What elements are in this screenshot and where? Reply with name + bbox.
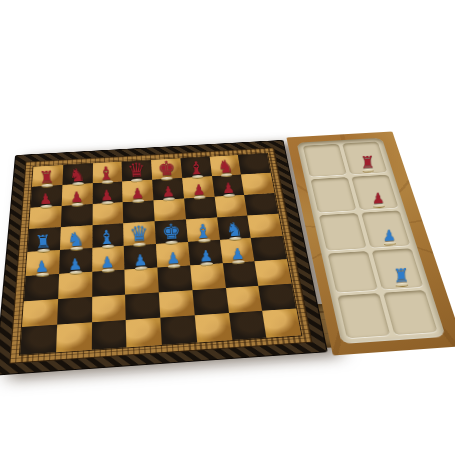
square-d8[interactable]: ♛	[122, 160, 152, 181]
square-d3[interactable]	[125, 267, 159, 294]
square-f6[interactable]	[184, 196, 217, 219]
piece-blue-knight-g5[interactable]: ♞	[226, 219, 244, 239]
square-h5[interactable]	[248, 214, 283, 238]
square-d7[interactable]: ♟	[122, 180, 153, 202]
square-f5[interactable]: ♝	[186, 218, 220, 242]
square-g6[interactable]	[214, 195, 247, 218]
piece-red-pawn-e7[interactable]: ♟	[161, 184, 175, 199]
square-h4[interactable]	[251, 236, 287, 261]
tray-slot-7[interactable]	[328, 251, 378, 292]
tray-slot-6[interactable]: ♟	[361, 210, 410, 248]
piece-red-bishop-c8[interactable]: ♝	[98, 164, 115, 183]
piece-red-queen-d8[interactable]: ♛	[127, 160, 146, 181]
square-h8[interactable]	[238, 153, 270, 174]
tray-piece-blue-pawn[interactable]: ♟	[382, 229, 396, 245]
piece-blue-knight-b5[interactable]: ♞	[66, 229, 85, 249]
board-grid: ♜♞♝♛♚♝♞♟♟♟♟♟♟♟♜♞♝♛♚♝♞♟♟♟♟♟♟♟	[20, 153, 301, 355]
piece-red-pawn-f7[interactable]: ♟	[192, 183, 206, 198]
square-e2[interactable]	[159, 290, 195, 318]
square-b8[interactable]: ♞	[62, 163, 92, 185]
square-g4[interactable]: ♟	[219, 238, 254, 263]
piece-blue-bishop-c5[interactable]: ♝	[98, 227, 116, 247]
case-top-surface: ♜♞♝♛♚♝♞♟♟♟♟♟♟♟♜♞♝♛♚♝♞♟♟♟♟♟♟♟ ♜♟♟♜	[0, 131, 455, 379]
tray-slot-2[interactable]: ♜	[342, 142, 387, 175]
tray-slot-8[interactable]: ♜	[372, 249, 424, 290]
piece-blue-king-e5[interactable]: ♚	[161, 221, 181, 243]
square-c8[interactable]: ♝	[92, 162, 122, 183]
tray-slot-1[interactable]	[303, 144, 347, 177]
square-a8[interactable]: ♜	[32, 165, 63, 187]
square-c5[interactable]: ♝	[92, 223, 124, 248]
piece-red-pawn-b7[interactable]: ♟	[69, 190, 83, 205]
square-f4[interactable]: ♟	[188, 240, 223, 265]
piece-red-pawn-c7[interactable]: ♟	[100, 188, 114, 203]
square-e3[interactable]	[157, 265, 192, 292]
square-a3[interactable]	[24, 274, 59, 301]
square-g2[interactable]	[225, 285, 262, 313]
chess-set-photo: ♜♞♝♛♚♝♞♟♟♟♟♟♟♟♜♞♝♛♚♝♞♟♟♟♟♟♟♟ ♜♟♟♜	[0, 0, 455, 455]
tray-piece-red-pawn[interactable]: ♟	[371, 191, 385, 206]
piece-blue-pawn-a4[interactable]: ♟	[34, 259, 49, 275]
piece-red-king-e8[interactable]: ♚	[157, 159, 176, 180]
piece-red-pawn-d7[interactable]: ♟	[131, 186, 145, 201]
square-h2[interactable]	[258, 283, 296, 311]
tray-slot-9[interactable]	[337, 293, 390, 338]
square-h6[interactable]	[244, 193, 278, 216]
tray-piece-blue-rook[interactable]: ♜	[393, 266, 411, 286]
piece-red-pawn-g7[interactable]: ♟	[222, 181, 236, 196]
square-c1[interactable]	[91, 320, 126, 350]
square-e4[interactable]: ♟	[156, 242, 190, 267]
piece-red-knight-g8[interactable]: ♞	[217, 157, 234, 176]
square-b3[interactable]	[58, 272, 92, 299]
square-c2[interactable]	[91, 294, 125, 322]
piece-red-pawn-a7[interactable]: ♟	[39, 192, 53, 207]
square-b4[interactable]: ♟	[59, 248, 92, 274]
square-c6[interactable]	[92, 202, 123, 225]
square-b5[interactable]: ♞	[60, 225, 92, 250]
piece-blue-pawn-g4[interactable]: ♟	[231, 246, 246, 262]
square-c7[interactable]: ♟	[92, 181, 123, 203]
square-b2[interactable]	[57, 296, 92, 324]
square-f2[interactable]	[192, 288, 228, 316]
piece-red-knight-b8[interactable]: ♞	[68, 166, 85, 185]
square-e7[interactable]: ♟	[152, 178, 184, 200]
square-e5[interactable]: ♚	[155, 220, 188, 244]
tray-slot-5[interactable]	[319, 213, 367, 251]
square-h3[interactable]	[255, 259, 292, 285]
square-a7[interactable]: ♟	[31, 185, 63, 208]
square-a5[interactable]: ♜	[27, 227, 60, 252]
tray-slot-4[interactable]: ♟	[351, 175, 398, 210]
square-d1[interactable]	[126, 318, 162, 348]
square-b1[interactable]	[56, 323, 92, 353]
piece-blue-pawn-c4[interactable]: ♟	[100, 255, 115, 271]
square-f1[interactable]	[194, 313, 231, 342]
piece-blue-pawn-e4[interactable]: ♟	[166, 251, 181, 267]
square-f7[interactable]: ♟	[182, 176, 214, 198]
board-carved-edge: ♜♞♝♛♚♝♞♟♟♟♟♟♟♟♜♞♝♛♚♝♞♟♟♟♟♟♟♟	[0, 140, 328, 376]
piece-blue-pawn-d4[interactable]: ♟	[133, 253, 148, 269]
square-b6[interactable]	[61, 204, 93, 228]
square-a2[interactable]	[22, 299, 58, 328]
tray-piece-red-rook[interactable]: ♜	[360, 154, 376, 172]
square-a4[interactable]: ♟	[26, 250, 60, 276]
square-g5[interactable]: ♞	[217, 216, 251, 240]
square-a1[interactable]	[20, 325, 57, 355]
square-c3[interactable]	[92, 269, 126, 296]
square-g1[interactable]	[229, 311, 267, 340]
square-f8[interactable]: ♝	[180, 157, 211, 178]
piece-blue-bishop-f5[interactable]: ♝	[194, 221, 212, 241]
square-e1[interactable]	[160, 316, 197, 345]
square-g3[interactable]	[222, 261, 258, 287]
tray-slot-10[interactable]	[383, 290, 438, 335]
square-d6[interactable]	[123, 200, 155, 223]
piece-blue-rook-a5[interactable]: ♜	[34, 232, 52, 251]
square-d4[interactable]: ♟	[124, 244, 157, 270]
square-e8[interactable]: ♚	[151, 158, 182, 179]
square-e6[interactable]	[153, 198, 185, 221]
square-f3[interactable]	[190, 263, 225, 290]
square-a6[interactable]	[29, 206, 61, 230]
square-b7[interactable]: ♟	[61, 183, 92, 205]
piece-red-rook-a8[interactable]: ♜	[38, 168, 54, 186]
square-g7[interactable]: ♟	[212, 174, 245, 196]
piece-blue-pawn-f4[interactable]: ♟	[198, 248, 213, 264]
piece-blue-queen-d5[interactable]: ♛	[129, 223, 149, 245]
square-g8[interactable]: ♞	[209, 155, 241, 176]
square-c4[interactable]: ♟	[92, 246, 125, 272]
square-h1[interactable]	[262, 309, 301, 338]
board-ornamental-border: ♜♞♝♛♚♝♞♟♟♟♟♟♟♟♜♞♝♛♚♝♞♟♟♟♟♟♟♟	[9, 148, 312, 364]
square-d5[interactable]: ♛	[123, 221, 156, 245]
square-d2[interactable]	[125, 292, 160, 320]
piece-red-bishop-f8[interactable]: ♝	[188, 159, 205, 178]
square-h7[interactable]	[241, 173, 274, 195]
tray-slot-3[interactable]	[310, 177, 356, 212]
piece-blue-pawn-b4[interactable]: ♟	[67, 257, 82, 273]
